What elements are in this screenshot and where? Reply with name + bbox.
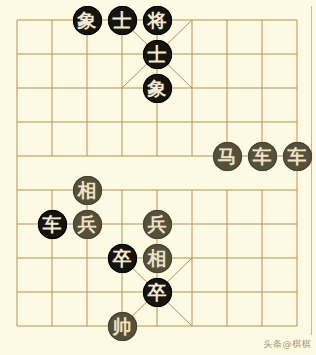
piece-black-车[interactable]: 车 (38, 210, 67, 239)
piece-black-卒[interactable]: 卒 (143, 278, 172, 307)
xiangqi-board[interactable]: 象士将士象马车车相车兵兵卒相卒帅 (0, 3, 315, 343)
piece-red-相[interactable]: 相 (73, 176, 102, 205)
piece-black-象[interactable]: 象 (73, 6, 102, 35)
xiangqi-screen: 象士将士象马车车相车兵兵卒相卒帅 头条@棋棋 (0, 0, 316, 355)
piece-black-士[interactable]: 士 (143, 40, 172, 69)
piece-black-将[interactable]: 将 (143, 6, 172, 35)
piece-red-兵[interactable]: 兵 (143, 210, 172, 239)
piece-red-马[interactable]: 马 (213, 142, 242, 171)
piece-black-卒[interactable]: 卒 (108, 244, 137, 273)
piece-red-车[interactable]: 车 (248, 142, 277, 171)
piece-black-象[interactable]: 象 (143, 74, 172, 103)
piece-red-车[interactable]: 车 (283, 142, 312, 171)
piece-black-士[interactable]: 士 (108, 6, 137, 35)
watermark-text: 头条@棋棋 (264, 338, 312, 351)
piece-red-帅[interactable]: 帅 (108, 312, 137, 341)
piece-red-兵[interactable]: 兵 (73, 210, 102, 239)
piece-red-相[interactable]: 相 (143, 244, 172, 273)
